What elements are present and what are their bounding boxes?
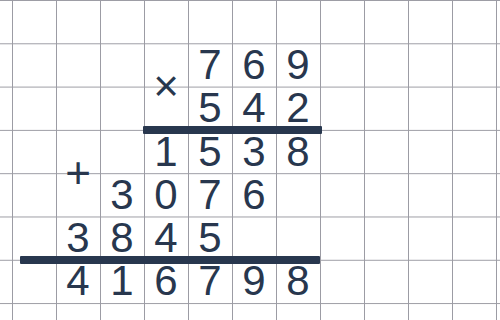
partial2-digit-7: 7: [188, 173, 232, 216]
multiplicand-digit-9: 9: [276, 43, 320, 86]
partial3-digit-3: 3: [56, 216, 100, 259]
multiplier-digit-4: 4: [232, 87, 276, 130]
multiplicand-digit-6: 6: [232, 43, 276, 86]
plus-sign-icon: +: [56, 152, 100, 195]
partial1-digit-1: 1: [144, 130, 188, 173]
product-digit-6: 6: [144, 260, 188, 303]
partial2-digit-0: 0: [144, 173, 188, 216]
partial1-digit-5: 5: [188, 130, 232, 173]
product-digit-4: 4: [56, 260, 100, 303]
partial3-digit-4: 4: [144, 216, 188, 259]
product-digit-1: 1: [100, 260, 144, 303]
product-digit-7: 7: [188, 260, 232, 303]
multiplier-digit-2: 2: [276, 87, 320, 130]
partial1-digit-8: 8: [276, 130, 320, 173]
partial2-digit-3: 3: [100, 173, 144, 216]
product-digit-9: 9: [232, 260, 276, 303]
partial1-digit-3: 3: [232, 130, 276, 173]
partial2-digit-6: 6: [232, 173, 276, 216]
multiplier-digit-5: 5: [188, 87, 232, 130]
multiply-sign-icon: ×: [144, 65, 188, 108]
squared-paper-board: 769×5421538+30763845416798: [0, 0, 500, 320]
partial3-digit-8: 8: [100, 216, 144, 259]
product-digit-8: 8: [276, 260, 320, 303]
partial3-digit-5: 5: [188, 216, 232, 259]
multiplication-rule-line: [143, 126, 322, 134]
multiplicand-digit-7: 7: [188, 43, 232, 86]
sum-rule-line: [20, 256, 320, 264]
